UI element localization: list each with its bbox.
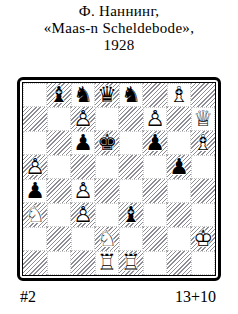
white-pawn-c4: ♟♙ bbox=[72, 180, 94, 202]
square-g7 bbox=[167, 107, 191, 131]
square-a6 bbox=[23, 131, 47, 155]
black-king-d6: ♚ bbox=[95, 131, 119, 155]
square-d5 bbox=[95, 155, 119, 179]
stipulation-label: #2 bbox=[20, 288, 36, 306]
square-b2 bbox=[47, 227, 71, 251]
square-a4: ♟ bbox=[23, 179, 47, 203]
piece-glyph: ♞ bbox=[121, 84, 141, 106]
square-h2: ♚♔ bbox=[191, 227, 215, 251]
piece-glyph: ♟ bbox=[73, 132, 93, 154]
piece-glyph: ♞ bbox=[73, 84, 93, 106]
square-b7 bbox=[47, 107, 71, 131]
square-d7 bbox=[95, 107, 119, 131]
square-g1 bbox=[167, 251, 191, 275]
white-pawn-a5: ♟♙ bbox=[23, 155, 47, 179]
square-e4 bbox=[119, 179, 143, 203]
white-rook-d1: ♜♖ bbox=[96, 252, 118, 274]
piece-glyph: ♖ bbox=[121, 252, 141, 274]
square-a8 bbox=[23, 83, 47, 107]
square-f4 bbox=[143, 179, 167, 203]
square-b5 bbox=[47, 155, 71, 179]
square-b8: ♝ bbox=[47, 83, 71, 107]
square-g5: ♟ bbox=[167, 155, 191, 179]
author-line: Ф. Наннинг, bbox=[0, 3, 238, 20]
white-bishop-g8: ♝♗ bbox=[168, 84, 190, 106]
white-pawn-c3: ♟♙ bbox=[71, 203, 95, 227]
piece-glyph: ♝ bbox=[121, 204, 141, 226]
square-h6: ♝♗ bbox=[191, 131, 215, 155]
square-c1 bbox=[71, 251, 95, 275]
piece-glyph: ♘ bbox=[97, 228, 117, 250]
piece-glyph: ♔ bbox=[193, 228, 213, 250]
white-bishop-h6: ♝♗ bbox=[191, 131, 215, 155]
square-d6: ♚ bbox=[95, 131, 119, 155]
piece-glyph: ♙ bbox=[73, 180, 93, 202]
square-f5 bbox=[143, 155, 167, 179]
square-d1: ♜♖ bbox=[95, 251, 119, 275]
square-c7: ♟♙ bbox=[71, 107, 95, 131]
square-c4: ♟♙ bbox=[71, 179, 95, 203]
piece-glyph: ♙ bbox=[73, 108, 93, 130]
square-b1 bbox=[47, 251, 71, 275]
square-f1 bbox=[143, 251, 167, 275]
problem-header: Ф. Наннинг, «Maas-n Scheldebode», 1928 bbox=[0, 3, 238, 54]
black-bishop-b8: ♝ bbox=[47, 83, 71, 107]
white-king-h2: ♚♔ bbox=[191, 227, 215, 251]
material-count: 13+10 bbox=[175, 288, 216, 306]
square-a3: ♞♘ bbox=[23, 203, 47, 227]
piece-glyph: ♟ bbox=[145, 132, 165, 154]
piece-glyph: ♗ bbox=[193, 132, 213, 154]
white-knight-d2: ♞♘ bbox=[95, 227, 119, 251]
piece-glyph: ♟ bbox=[169, 156, 189, 178]
square-c5 bbox=[71, 155, 95, 179]
piece-glyph: ♚ bbox=[97, 132, 117, 154]
square-d4 bbox=[95, 179, 119, 203]
piece-glyph: ♙ bbox=[25, 156, 45, 178]
piece-glyph: ♖ bbox=[97, 252, 117, 274]
square-f7: ♟♙ bbox=[143, 107, 167, 131]
square-d2: ♞♘ bbox=[95, 227, 119, 251]
square-e3: ♝ bbox=[119, 203, 143, 227]
square-e5 bbox=[119, 155, 143, 179]
chessboard: ♝♞♛♞♝♗♟♙♟♙♛♕♟♚♟♝♗♟♙♟♟♟♙♞♘♟♙♝♞♘♚♔♜♖♜♖ bbox=[23, 83, 215, 275]
square-b3 bbox=[47, 203, 71, 227]
piece-glyph: ♙ bbox=[73, 204, 93, 226]
piece-glyph: ♟ bbox=[25, 180, 45, 202]
square-d3 bbox=[95, 203, 119, 227]
square-f2 bbox=[143, 227, 167, 251]
piece-glyph: ♝ bbox=[49, 84, 69, 106]
square-h4 bbox=[191, 179, 215, 203]
piece-glyph: ♕ bbox=[193, 108, 213, 130]
black-knight-c8: ♞ bbox=[72, 84, 94, 106]
square-g8: ♝♗ bbox=[167, 83, 191, 107]
black-knight-e8: ♞ bbox=[120, 84, 142, 106]
chessboard-border: ♝♞♛♞♝♗♟♙♟♙♛♕♟♚♟♝♗♟♙♟♟♟♙♞♘♟♙♝♞♘♚♔♜♖♜♖ bbox=[22, 82, 216, 276]
square-d8: ♛ bbox=[95, 83, 119, 107]
source-line: «Maas-n Scheldebode», bbox=[0, 20, 238, 37]
square-c6: ♟ bbox=[71, 131, 95, 155]
white-rook-e1: ♜♖ bbox=[119, 251, 143, 275]
square-a2 bbox=[23, 227, 47, 251]
piece-glyph: ♙ bbox=[145, 108, 165, 130]
square-g3 bbox=[167, 203, 191, 227]
white-knight-a3: ♞♘ bbox=[23, 203, 47, 227]
black-bishop-e3: ♝ bbox=[119, 203, 143, 227]
black-pawn-c6: ♟ bbox=[72, 132, 94, 154]
square-f3 bbox=[143, 203, 167, 227]
square-e7 bbox=[119, 107, 143, 131]
square-f8 bbox=[143, 83, 167, 107]
square-f6: ♟ bbox=[143, 131, 167, 155]
square-h8 bbox=[191, 83, 215, 107]
black-pawn-a4: ♟ bbox=[24, 180, 46, 202]
piece-glyph: ♗ bbox=[169, 84, 189, 106]
piece-glyph: ♛ bbox=[97, 84, 117, 106]
square-g2 bbox=[167, 227, 191, 251]
square-c8: ♞ bbox=[71, 83, 95, 107]
black-pawn-f6: ♟ bbox=[143, 131, 167, 155]
square-a1 bbox=[23, 251, 47, 275]
square-b4 bbox=[47, 179, 71, 203]
white-pawn-f7: ♟♙ bbox=[144, 108, 166, 130]
square-h7: ♛♕ bbox=[191, 107, 215, 131]
square-h3 bbox=[191, 203, 215, 227]
year-line: 1928 bbox=[0, 37, 238, 54]
square-g4 bbox=[167, 179, 191, 203]
square-h1 bbox=[191, 251, 215, 275]
square-g6 bbox=[167, 131, 191, 155]
square-e2 bbox=[119, 227, 143, 251]
white-pawn-c7: ♟♙ bbox=[71, 107, 95, 131]
chessboard-frame: ♝♞♛♞♝♗♟♙♟♙♛♕♟♚♟♝♗♟♙♟♟♟♙♞♘♟♙♝♞♘♚♔♜♖♜♖ bbox=[17, 77, 221, 281]
square-e6 bbox=[119, 131, 143, 155]
piece-glyph: ♘ bbox=[25, 204, 45, 226]
square-e1: ♜♖ bbox=[119, 251, 143, 275]
black-queen-d8: ♛ bbox=[95, 83, 119, 107]
square-a5: ♟♙ bbox=[23, 155, 47, 179]
square-b6 bbox=[47, 131, 71, 155]
black-pawn-g5: ♟ bbox=[167, 155, 191, 179]
square-e8: ♞ bbox=[119, 83, 143, 107]
caption-row: #2 13+10 bbox=[20, 288, 216, 306]
square-a7 bbox=[23, 107, 47, 131]
white-queen-h7: ♛♕ bbox=[192, 108, 214, 130]
square-h5 bbox=[191, 155, 215, 179]
square-c3: ♟♙ bbox=[71, 203, 95, 227]
square-c2 bbox=[71, 227, 95, 251]
